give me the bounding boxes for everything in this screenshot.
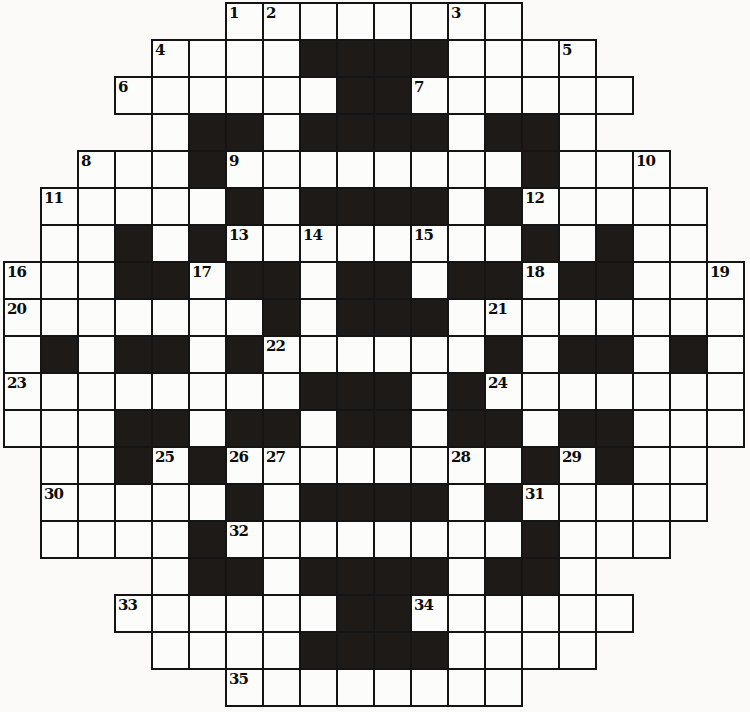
- cell-r18-c7[interactable]: [263, 669, 300, 706]
- cell-r6-c8[interactable]: 14: [300, 225, 337, 262]
- black-cell-r9-c6: [226, 336, 263, 373]
- cell-r9-c11[interactable]: [411, 336, 448, 373]
- cell-r1-c15[interactable]: 5: [559, 40, 596, 77]
- cell-r10-c7[interactable]: [263, 373, 300, 410]
- cell-r4-c2[interactable]: 8: [78, 151, 115, 188]
- cell-r14-c17[interactable]: [633, 521, 670, 558]
- cell-r16-c13[interactable]: [485, 595, 522, 632]
- cell-r6-c15[interactable]: [559, 225, 596, 262]
- black-cell-r9-c15: [559, 336, 596, 373]
- clue-number-9: 9: [229, 152, 238, 170]
- cell-r8-c2[interactable]: [78, 299, 115, 336]
- cell-r13-c2[interactable]: [78, 484, 115, 521]
- cell-r5-c5[interactable]: [189, 188, 226, 225]
- cell-r9-c12[interactable]: [448, 336, 485, 373]
- black-cell-r17-c10: [374, 632, 411, 669]
- clue-number-15: 15: [414, 226, 433, 244]
- black-cell-r15-c5: [189, 558, 226, 595]
- cell-r15-c15[interactable]: [559, 558, 596, 595]
- cell-r9-c9[interactable]: [337, 336, 374, 373]
- cell-r13-c15[interactable]: [559, 484, 596, 521]
- cell-r13-c1[interactable]: 30: [41, 484, 78, 521]
- cell-r7-c11[interactable]: [411, 262, 448, 299]
- cell-r15-c4[interactable]: [152, 558, 189, 595]
- cell-r14-c8[interactable]: [300, 521, 337, 558]
- cell-r5-c16[interactable]: [596, 188, 633, 225]
- cell-r10-c0[interactable]: 23: [4, 373, 41, 410]
- black-cell-r9-c13: [485, 336, 522, 373]
- cell-r17-c14[interactable]: [522, 632, 559, 669]
- cell-r6-c17[interactable]: [633, 225, 670, 262]
- cell-r2-c8[interactable]: [300, 77, 337, 114]
- cell-r6-c9[interactable]: [337, 225, 374, 262]
- clue-number-10: 10: [636, 152, 655, 170]
- black-cell-r15-c10: [374, 558, 411, 595]
- clue-number-12: 12: [525, 189, 544, 207]
- clue-number-16: 16: [7, 263, 26, 281]
- cell-r14-c3[interactable]: [115, 521, 152, 558]
- black-cell-r16-c9: [337, 595, 374, 632]
- cell-r2-c7[interactable]: [263, 77, 300, 114]
- cell-r8-c15[interactable]: [559, 299, 596, 336]
- black-cell-r11-c15: [559, 410, 596, 447]
- black-cell-r3-c13: [485, 114, 522, 151]
- cell-r12-c7[interactable]: 27: [263, 447, 300, 484]
- cell-r6-c2[interactable]: [78, 225, 115, 262]
- cell-r4-c10[interactable]: [374, 151, 411, 188]
- black-cell-r12-c14: [522, 447, 559, 484]
- black-cell-r7-c9: [337, 262, 374, 299]
- cell-r11-c5[interactable]: [189, 410, 226, 447]
- cell-r14-c13[interactable]: [485, 521, 522, 558]
- black-cell-r15-c11: [411, 558, 448, 595]
- cell-r6-c6[interactable]: 13: [226, 225, 263, 262]
- clue-number-2: 2: [266, 4, 275, 22]
- cell-r10-c2[interactable]: [78, 373, 115, 410]
- cell-r1-c13[interactable]: [485, 40, 522, 77]
- cell-r6-c7[interactable]: [263, 225, 300, 262]
- cell-r10-c1[interactable]: [41, 373, 78, 410]
- clue-number-23: 23: [7, 374, 26, 392]
- black-cell-r4-c14: [522, 151, 559, 188]
- black-cell-r11-c12: [448, 410, 485, 447]
- cell-r3-c7[interactable]: [263, 114, 300, 151]
- black-cell-r13-c9: [337, 484, 374, 521]
- black-cell-r3-c11: [411, 114, 448, 151]
- cell-r14-c9[interactable]: [337, 521, 374, 558]
- cell-r16-c4[interactable]: [152, 595, 189, 632]
- cell-r14-c11[interactable]: [411, 521, 448, 558]
- black-cell-r3-c5: [189, 114, 226, 151]
- cell-r10-c6[interactable]: [226, 373, 263, 410]
- black-cell-r14-c5: [189, 521, 226, 558]
- cell-r0-c11[interactable]: [411, 3, 448, 40]
- cell-r12-c15[interactable]: 29: [559, 447, 596, 484]
- cell-r1-c12[interactable]: [448, 40, 485, 77]
- cell-r5-c12[interactable]: [448, 188, 485, 225]
- clue-number-4: 4: [155, 41, 164, 59]
- black-cell-r16-c10: [374, 595, 411, 632]
- clue-number-21: 21: [488, 300, 507, 318]
- cell-r1-c4[interactable]: 4: [152, 40, 189, 77]
- cell-r8-c1[interactable]: [41, 299, 78, 336]
- cell-r10-c17[interactable]: [633, 373, 670, 410]
- cell-r11-c17[interactable]: [633, 410, 670, 447]
- black-cell-r14-c14: [522, 521, 559, 558]
- cell-r16-c8[interactable]: [300, 595, 337, 632]
- black-cell-r10-c9: [337, 373, 374, 410]
- cell-r18-c10[interactable]: [374, 669, 411, 706]
- cell-r13-c3[interactable]: [115, 484, 152, 521]
- cell-r1-c5[interactable]: [189, 40, 226, 77]
- cell-r18-c8[interactable]: [300, 669, 337, 706]
- black-cell-r6-c5: [189, 225, 226, 262]
- cell-r4-c17[interactable]: 10: [633, 151, 670, 188]
- cell-r7-c8[interactable]: [300, 262, 337, 299]
- cell-r7-c18[interactable]: [670, 262, 707, 299]
- clue-number-31: 31: [525, 485, 544, 503]
- cell-r13-c4[interactable]: [152, 484, 189, 521]
- cell-r16-c15[interactable]: [559, 595, 596, 632]
- clue-number-33: 33: [118, 596, 137, 614]
- clue-number-34: 34: [414, 596, 433, 614]
- clue-number-8: 8: [81, 152, 90, 170]
- cell-r6-c13[interactable]: [485, 225, 522, 262]
- cell-r4-c9[interactable]: [337, 151, 374, 188]
- black-cell-r7-c12: [448, 262, 485, 299]
- cell-r14-c6[interactable]: 32: [226, 521, 263, 558]
- cell-r4-c6[interactable]: 9: [226, 151, 263, 188]
- black-cell-r7-c16: [596, 262, 633, 299]
- cell-r0-c13[interactable]: [485, 3, 522, 40]
- cell-r6-c11[interactable]: 15: [411, 225, 448, 262]
- black-cell-r5-c8: [300, 188, 337, 225]
- cell-r4-c16[interactable]: [596, 151, 633, 188]
- cell-r16-c12[interactable]: [448, 595, 485, 632]
- black-cell-r7-c13: [485, 262, 522, 299]
- cell-r5-c3[interactable]: [115, 188, 152, 225]
- black-cell-r7-c10: [374, 262, 411, 299]
- black-cell-r15-c14: [522, 558, 559, 595]
- black-cell-r5-c6: [226, 188, 263, 225]
- clue-number-32: 32: [229, 522, 248, 540]
- cell-r5-c15[interactable]: [559, 188, 596, 225]
- clue-number-28: 28: [451, 448, 470, 466]
- cell-r14-c7[interactable]: [263, 521, 300, 558]
- cell-r8-c12[interactable]: [448, 299, 485, 336]
- cell-r7-c14[interactable]: 18: [522, 262, 559, 299]
- cell-r9-c7[interactable]: 22: [263, 336, 300, 373]
- cell-r12-c18[interactable]: [670, 447, 707, 484]
- cell-r2-c12[interactable]: [448, 77, 485, 114]
- cell-r14-c16[interactable]: [596, 521, 633, 558]
- clue-number-20: 20: [7, 300, 26, 318]
- cell-r10-c18[interactable]: [670, 373, 707, 410]
- clue-number-25: 25: [155, 448, 174, 466]
- cell-r17-c6[interactable]: [226, 632, 263, 669]
- black-cell-r11-c4: [152, 410, 189, 447]
- black-cell-r1-c11: [411, 40, 448, 77]
- cell-r12-c10[interactable]: [374, 447, 411, 484]
- cell-r16-c16[interactable]: [596, 595, 633, 632]
- black-cell-r17-c9: [337, 632, 374, 669]
- black-cell-r17-c8: [300, 632, 337, 669]
- cell-r8-c13[interactable]: 21: [485, 299, 522, 336]
- cell-r7-c1[interactable]: [41, 262, 78, 299]
- cell-r4-c3[interactable]: [115, 151, 152, 188]
- cell-r5-c2[interactable]: [78, 188, 115, 225]
- cell-r0-c12[interactable]: 3: [448, 3, 485, 40]
- cell-r5-c7[interactable]: [263, 188, 300, 225]
- cell-r13-c12[interactable]: [448, 484, 485, 521]
- cell-r12-c9[interactable]: [337, 447, 374, 484]
- cell-r0-c8[interactable]: [300, 3, 337, 40]
- cell-r12-c17[interactable]: [633, 447, 670, 484]
- cell-r5-c18[interactable]: [670, 188, 707, 225]
- cell-r15-c12[interactable]: [448, 558, 485, 595]
- cell-r13-c16[interactable]: [596, 484, 633, 521]
- clue-number-22: 22: [266, 337, 285, 355]
- cell-r13-c5[interactable]: [189, 484, 226, 521]
- cell-r10-c14[interactable]: [522, 373, 559, 410]
- black-cell-r6-c16: [596, 225, 633, 262]
- cell-r3-c12[interactable]: [448, 114, 485, 151]
- cell-r10-c4[interactable]: [152, 373, 189, 410]
- cell-r11-c19[interactable]: [707, 410, 744, 447]
- cell-r6-c4[interactable]: [152, 225, 189, 262]
- cell-r8-c3[interactable]: [115, 299, 152, 336]
- cell-r17-c12[interactable]: [448, 632, 485, 669]
- cell-r5-c14[interactable]: 12: [522, 188, 559, 225]
- cell-r14-c1[interactable]: [41, 521, 78, 558]
- cell-r9-c2[interactable]: [78, 336, 115, 373]
- cell-r5-c17[interactable]: [633, 188, 670, 225]
- black-cell-r15-c13: [485, 558, 522, 595]
- cell-r4-c11[interactable]: [411, 151, 448, 188]
- cell-r13-c18[interactable]: [670, 484, 707, 521]
- cell-r7-c17[interactable]: [633, 262, 670, 299]
- cell-r2-c16[interactable]: [596, 77, 633, 114]
- black-cell-r10-c8: [300, 373, 337, 410]
- cell-r2-c5[interactable]: [189, 77, 226, 114]
- cell-r8-c6[interactable]: [226, 299, 263, 336]
- clue-number-13: 13: [229, 226, 248, 244]
- cell-r11-c14[interactable]: [522, 410, 559, 447]
- cell-r10-c19[interactable]: [707, 373, 744, 410]
- cell-r14-c15[interactable]: [559, 521, 596, 558]
- cell-r5-c1[interactable]: 11: [41, 188, 78, 225]
- cell-r10-c16[interactable]: [596, 373, 633, 410]
- cell-r2-c4[interactable]: [152, 77, 189, 114]
- cell-r12-c1[interactable]: [41, 447, 78, 484]
- cell-r18-c13[interactable]: [485, 669, 522, 706]
- cell-r9-c5[interactable]: [189, 336, 226, 373]
- cell-r11-c0[interactable]: [4, 410, 41, 447]
- clue-number-19: 19: [710, 263, 729, 281]
- cell-r16-c5[interactable]: [189, 595, 226, 632]
- cell-r14-c2[interactable]: [78, 521, 115, 558]
- cell-r8-c0[interactable]: 20: [4, 299, 41, 336]
- black-cell-r9-c18: [670, 336, 707, 373]
- cell-r8-c18[interactable]: [670, 299, 707, 336]
- cell-r9-c14[interactable]: [522, 336, 559, 373]
- cell-r9-c0[interactable]: [4, 336, 41, 373]
- cell-r7-c19[interactable]: 19: [707, 262, 744, 299]
- cell-r17-c7[interactable]: [263, 632, 300, 669]
- cell-r11-c1[interactable]: [41, 410, 78, 447]
- cell-r12-c4[interactable]: 25: [152, 447, 189, 484]
- cell-r8-c16[interactable]: [596, 299, 633, 336]
- cell-r12-c2[interactable]: [78, 447, 115, 484]
- black-cell-r15-c9: [337, 558, 374, 595]
- black-cell-r11-c6: [226, 410, 263, 447]
- black-cell-r11-c7: [263, 410, 300, 447]
- cell-r16-c11[interactable]: 34: [411, 595, 448, 632]
- cell-r14-c12[interactable]: [448, 521, 485, 558]
- cell-r6-c1[interactable]: [41, 225, 78, 262]
- cell-r2-c14[interactable]: [522, 77, 559, 114]
- cell-r4-c12[interactable]: [448, 151, 485, 188]
- cell-r13-c7[interactable]: [263, 484, 300, 521]
- cell-r10-c11[interactable]: [411, 373, 448, 410]
- black-cell-r13-c6: [226, 484, 263, 521]
- cell-r18-c6[interactable]: 35: [226, 669, 263, 706]
- cell-r2-c3[interactable]: 6: [115, 77, 152, 114]
- black-cell-r8-c7: [263, 299, 300, 336]
- cell-r3-c15[interactable]: [559, 114, 596, 151]
- cell-r8-c17[interactable]: [633, 299, 670, 336]
- black-cell-r7-c15: [559, 262, 596, 299]
- clue-number-5: 5: [562, 41, 571, 59]
- cell-r7-c5[interactable]: 17: [189, 262, 226, 299]
- cell-r11-c8[interactable]: [300, 410, 337, 447]
- black-cell-r15-c8: [300, 558, 337, 595]
- black-cell-r8-c9: [337, 299, 374, 336]
- black-cell-r13-c8: [300, 484, 337, 521]
- cell-r10-c15[interactable]: [559, 373, 596, 410]
- cell-r4-c7[interactable]: [263, 151, 300, 188]
- cell-r1-c14[interactable]: [522, 40, 559, 77]
- cell-r12-c6[interactable]: 26: [226, 447, 263, 484]
- cell-r7-c0[interactable]: 16: [4, 262, 41, 299]
- cell-r2-c15[interactable]: [559, 77, 596, 114]
- cell-r4-c15[interactable]: [559, 151, 596, 188]
- cell-r13-c17[interactable]: [633, 484, 670, 521]
- cell-r18-c12[interactable]: [448, 669, 485, 706]
- cell-r0-c7[interactable]: 2: [263, 3, 300, 40]
- cell-r1-c6[interactable]: [226, 40, 263, 77]
- black-cell-r3-c9: [337, 114, 374, 151]
- black-cell-r8-c10: [374, 299, 411, 336]
- cell-r7-c2[interactable]: [78, 262, 115, 299]
- cell-r16-c14[interactable]: [522, 595, 559, 632]
- cell-r4-c13[interactable]: [485, 151, 522, 188]
- cell-r8-c5[interactable]: [189, 299, 226, 336]
- cell-r13-c14[interactable]: 31: [522, 484, 559, 521]
- clue-number-3: 3: [451, 4, 460, 22]
- cell-r1-c7[interactable]: [263, 40, 300, 77]
- cell-r18-c9[interactable]: [337, 669, 374, 706]
- black-cell-r11-c16: [596, 410, 633, 447]
- cell-r16-c3[interactable]: 33: [115, 595, 152, 632]
- black-cell-r4-c5: [189, 151, 226, 188]
- black-cell-r7-c4: [152, 262, 189, 299]
- cell-r17-c15[interactable]: [559, 632, 596, 669]
- cell-r6-c10[interactable]: [374, 225, 411, 262]
- cell-r4-c4[interactable]: [152, 151, 189, 188]
- cell-r6-c12[interactable]: [448, 225, 485, 262]
- cell-r17-c4[interactable]: [152, 632, 189, 669]
- cell-r2-c6[interactable]: [226, 77, 263, 114]
- cell-r8-c4[interactable]: [152, 299, 189, 336]
- cell-r9-c17[interactable]: [633, 336, 670, 373]
- cell-r8-c19[interactable]: [707, 299, 744, 336]
- cell-r4-c8[interactable]: [300, 151, 337, 188]
- cell-r17-c5[interactable]: [189, 632, 226, 669]
- black-cell-r7-c6: [226, 262, 263, 299]
- clue-number-30: 30: [44, 485, 63, 503]
- cell-r6-c18[interactable]: [670, 225, 707, 262]
- cell-r9-c8[interactable]: [300, 336, 337, 373]
- clue-number-24: 24: [488, 374, 507, 392]
- black-cell-r2-c9: [337, 77, 374, 114]
- cell-r8-c14[interactable]: [522, 299, 559, 336]
- cell-r14-c4[interactable]: [152, 521, 189, 558]
- cell-r10-c3[interactable]: [115, 373, 152, 410]
- cell-r8-c8[interactable]: [300, 299, 337, 336]
- cell-r3-c4[interactable]: [152, 114, 189, 151]
- cell-r0-c10[interactable]: [374, 3, 411, 40]
- black-cell-r10-c10: [374, 373, 411, 410]
- black-cell-r1-c10: [374, 40, 411, 77]
- cell-r9-c10[interactable]: [374, 336, 411, 373]
- cell-r11-c2[interactable]: [78, 410, 115, 447]
- black-cell-r3-c8: [300, 114, 337, 151]
- cell-r18-c11[interactable]: [411, 669, 448, 706]
- cell-r5-c4[interactable]: [152, 188, 189, 225]
- black-cell-r5-c9: [337, 188, 374, 225]
- cell-r12-c11[interactable]: [411, 447, 448, 484]
- clue-number-27: 27: [266, 448, 285, 466]
- cell-r12-c8[interactable]: [300, 447, 337, 484]
- cell-r15-c7[interactable]: [263, 558, 300, 595]
- clue-number-18: 18: [525, 263, 544, 281]
- black-cell-r3-c6: [226, 114, 263, 151]
- cell-r9-c19[interactable]: [707, 336, 744, 373]
- cell-r10-c5[interactable]: [189, 373, 226, 410]
- black-cell-r12-c16: [596, 447, 633, 484]
- cell-r16-c6[interactable]: [226, 595, 263, 632]
- cell-r10-c13[interactable]: 24: [485, 373, 522, 410]
- black-cell-r7-c3: [115, 262, 152, 299]
- cell-r0-c9[interactable]: [337, 3, 374, 40]
- cell-r12-c13[interactable]: [485, 447, 522, 484]
- cell-r11-c11[interactable]: [411, 410, 448, 447]
- cell-r2-c11[interactable]: 7: [411, 77, 448, 114]
- cell-r11-c18[interactable]: [670, 410, 707, 447]
- cell-r14-c10[interactable]: [374, 521, 411, 558]
- black-cell-r7-c7: [263, 262, 300, 299]
- cell-r2-c13[interactable]: [485, 77, 522, 114]
- cell-r0-c6[interactable]: 1: [226, 3, 263, 40]
- black-cell-r11-c3: [115, 410, 152, 447]
- cell-r16-c7[interactable]: [263, 595, 300, 632]
- black-cell-r12-c5: [189, 447, 226, 484]
- cell-r12-c12[interactable]: 28: [448, 447, 485, 484]
- black-cell-r13-c13: [485, 484, 522, 521]
- cell-r17-c13[interactable]: [485, 632, 522, 669]
- clue-number-35: 35: [229, 670, 248, 688]
